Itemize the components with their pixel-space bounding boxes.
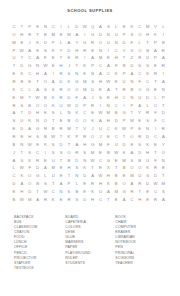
grid-cell: E bbox=[104, 93, 112, 101]
grid-cell: F bbox=[152, 117, 160, 125]
grid-cell: M bbox=[49, 31, 57, 39]
grid-cell: G bbox=[73, 78, 81, 86]
grid-cell: H bbox=[97, 180, 105, 188]
grid-cell: I bbox=[104, 46, 112, 54]
grid-cell: E bbox=[97, 86, 105, 94]
grid-cell: M bbox=[128, 172, 136, 180]
grid-cell: B bbox=[10, 196, 18, 204]
grid-cell: S bbox=[73, 196, 81, 204]
grid-cell: C bbox=[152, 133, 160, 141]
grid-cell: P bbox=[152, 38, 160, 46]
grid-cell: P bbox=[128, 125, 136, 133]
grid-cell: K bbox=[128, 23, 136, 31]
grid-cell: D bbox=[136, 148, 144, 156]
grid-cell: S bbox=[136, 62, 144, 70]
grid-cell: A bbox=[159, 78, 167, 86]
grid-cell: S bbox=[144, 62, 152, 70]
word-item: TEXTBOOK bbox=[14, 265, 37, 270]
grid-cell: J bbox=[89, 125, 97, 133]
grid-cell: B bbox=[159, 38, 167, 46]
grid-cell: Z bbox=[128, 54, 136, 62]
grid-cell: R bbox=[120, 86, 128, 94]
grid-cell: D bbox=[73, 23, 81, 31]
grid-cell: D bbox=[18, 125, 26, 133]
grid-cell: S bbox=[65, 188, 73, 196]
grid-cell: E bbox=[18, 38, 26, 46]
grid-cell: C bbox=[104, 125, 112, 133]
grid-cell: S bbox=[97, 93, 105, 101]
grid-cell: W bbox=[120, 125, 128, 133]
grid-cell: W bbox=[152, 180, 160, 188]
grid-cell: A bbox=[97, 117, 105, 125]
grid-cell: R bbox=[34, 156, 42, 164]
grid-cell: M bbox=[97, 54, 105, 62]
grid-cell: D bbox=[128, 62, 136, 70]
grid-cell: E bbox=[10, 188, 18, 196]
grid-cell: M bbox=[26, 196, 34, 204]
grid-cell: G bbox=[120, 188, 128, 196]
grid-cell: A bbox=[26, 46, 34, 54]
grid-cell: G bbox=[81, 38, 89, 46]
grid-cell: E bbox=[34, 141, 42, 149]
grid-cell: O bbox=[65, 86, 73, 94]
grid-cell: C bbox=[120, 93, 128, 101]
grid-cell: R bbox=[136, 180, 144, 188]
grid-cell: B bbox=[41, 133, 49, 141]
grid-cell: H bbox=[136, 196, 144, 204]
grid-cell: E bbox=[10, 93, 18, 101]
grid-cell: C bbox=[152, 188, 160, 196]
grid-cell: I bbox=[97, 101, 105, 109]
grid-cell: W bbox=[34, 93, 42, 101]
grid-cell: O bbox=[136, 46, 144, 54]
grid-cell: A bbox=[34, 86, 42, 94]
grid-cell: M bbox=[18, 93, 26, 101]
grid-cell: K bbox=[144, 70, 152, 78]
grid-cell: C bbox=[49, 23, 57, 31]
grid-cell: N bbox=[159, 156, 167, 164]
grid-cell: B bbox=[18, 78, 26, 86]
grid-cell: E bbox=[34, 46, 42, 54]
grid-cell: B bbox=[34, 180, 42, 188]
grid-cell: B bbox=[112, 180, 120, 188]
grid-cell: T bbox=[57, 133, 65, 141]
grid-cell: M bbox=[89, 148, 97, 156]
grid-cell: H bbox=[18, 31, 26, 39]
grid-cell: C bbox=[144, 78, 152, 86]
grid-cell: U bbox=[104, 38, 112, 46]
grid-cell: E bbox=[57, 31, 65, 39]
grid-cell: H bbox=[144, 148, 152, 156]
grid-cell: L bbox=[136, 38, 144, 46]
grid-cell: O bbox=[136, 86, 144, 94]
grid-cell: R bbox=[89, 101, 97, 109]
grid-cell: S bbox=[128, 156, 136, 164]
grid-cell: B bbox=[112, 172, 120, 180]
grid-cell: G bbox=[34, 125, 42, 133]
grid-cell: R bbox=[128, 188, 136, 196]
grid-cell: U bbox=[49, 156, 57, 164]
grid-cell: U bbox=[49, 172, 57, 180]
grid-cell: K bbox=[49, 46, 57, 54]
grid-cell: Y bbox=[18, 54, 26, 62]
word-item: STUDENTS bbox=[65, 260, 90, 265]
grid-cell: R bbox=[57, 70, 65, 78]
grid-cell: E bbox=[144, 188, 152, 196]
grid-cell: H bbox=[18, 188, 26, 196]
grid-cell: W bbox=[26, 141, 34, 149]
grid-cell: P bbox=[120, 70, 128, 78]
grid-cell: U bbox=[136, 93, 144, 101]
grid-cell: G bbox=[89, 31, 97, 39]
grid-cell: T bbox=[112, 164, 120, 172]
grid-cell: K bbox=[18, 172, 26, 180]
grid-cell: R bbox=[26, 31, 34, 39]
grid-cell: B bbox=[26, 101, 34, 109]
grid-cell: K bbox=[34, 38, 42, 46]
grid-cell: G bbox=[104, 156, 112, 164]
grid-cell: K bbox=[65, 133, 73, 141]
grid-cell: T bbox=[34, 78, 42, 86]
grid-cell: T bbox=[65, 141, 73, 149]
grid-cell: M bbox=[159, 180, 167, 188]
grid-cell: T bbox=[26, 93, 34, 101]
grid-cell: K bbox=[120, 148, 128, 156]
grid-cell: R bbox=[41, 125, 49, 133]
grid-cell: F bbox=[152, 156, 160, 164]
grid-cell: H bbox=[104, 172, 112, 180]
grid-cell: H bbox=[144, 31, 152, 39]
grid-cell: W bbox=[97, 109, 105, 117]
grid-cell: H bbox=[26, 133, 34, 141]
grid-cell: E bbox=[41, 156, 49, 164]
grid-cell: B bbox=[89, 70, 97, 78]
grid-cell: R bbox=[73, 148, 81, 156]
grid-cell: D bbox=[81, 196, 89, 204]
grid-cell: S bbox=[159, 188, 167, 196]
grid-cell: T bbox=[57, 46, 65, 54]
grid-cell: M bbox=[112, 188, 120, 196]
grid-cell: N bbox=[57, 188, 65, 196]
grid-cell: S bbox=[18, 101, 26, 109]
grid-cell: K bbox=[144, 164, 152, 172]
grid-cell: L bbox=[73, 180, 81, 188]
grid-cell: R bbox=[89, 180, 97, 188]
grid-cell: H bbox=[73, 46, 81, 54]
grid-cell: O bbox=[120, 180, 128, 188]
grid-cell: H bbox=[65, 164, 73, 172]
grid-cell: E bbox=[112, 196, 120, 204]
grid-cell: I bbox=[120, 101, 128, 109]
grid-cell: S bbox=[41, 46, 49, 54]
grid-cell: F bbox=[26, 164, 34, 172]
grid-cell: S bbox=[104, 23, 112, 31]
grid-cell: C bbox=[97, 156, 105, 164]
grid-cell: S bbox=[49, 109, 57, 117]
grid-cell: R bbox=[152, 196, 160, 204]
grid-cell: K bbox=[26, 156, 34, 164]
grid-cell: O bbox=[65, 148, 73, 156]
grid-cell: R bbox=[136, 54, 144, 62]
grid-cell: S bbox=[34, 133, 42, 141]
grid-cell: N bbox=[97, 46, 105, 54]
grid-cell: H bbox=[97, 78, 105, 86]
grid-cell: E bbox=[57, 196, 65, 204]
grid-cell: C bbox=[136, 70, 144, 78]
grid-cell: A bbox=[104, 86, 112, 94]
grid-cell: P bbox=[152, 54, 160, 62]
grid-cell: C bbox=[81, 109, 89, 117]
grid-cell: B bbox=[41, 93, 49, 101]
grid-cell: A bbox=[128, 180, 136, 188]
grid-cell: S bbox=[18, 156, 26, 164]
grid-cell: I bbox=[152, 125, 160, 133]
grid-cell: U bbox=[10, 54, 18, 62]
grid-cell: M bbox=[97, 141, 105, 149]
grid-cell: L bbox=[112, 23, 120, 31]
grid-cell: E bbox=[104, 54, 112, 62]
grid-cell: O bbox=[41, 117, 49, 125]
grid-cell: I bbox=[57, 23, 65, 31]
grid-cell: L bbox=[65, 23, 73, 31]
grid-cell: N bbox=[73, 70, 81, 78]
grid-cell: R bbox=[73, 54, 81, 62]
grid-cell: R bbox=[136, 133, 144, 141]
grid-cell: K bbox=[89, 188, 97, 196]
grid-cell: D bbox=[57, 141, 65, 149]
grid-cell: C bbox=[26, 54, 34, 62]
grid-cell: D bbox=[81, 172, 89, 180]
grid-cell: L bbox=[57, 109, 65, 117]
grid-cell: S bbox=[136, 141, 144, 149]
grid-cell: A bbox=[89, 172, 97, 180]
grid-cell: C bbox=[34, 148, 42, 156]
grid-cell: A bbox=[128, 148, 136, 156]
grid-cell: S bbox=[73, 164, 81, 172]
grid-cell: F bbox=[104, 141, 112, 149]
grid-cell: S bbox=[41, 180, 49, 188]
grid-cell: E bbox=[97, 148, 105, 156]
grid-cell: M bbox=[49, 164, 57, 172]
grid-cell: O bbox=[26, 180, 34, 188]
grid-cell: A bbox=[97, 23, 105, 31]
grid-cell: A bbox=[73, 31, 81, 39]
grid-cell: T bbox=[34, 188, 42, 196]
grid-cell: T bbox=[104, 196, 112, 204]
grid-cell: R bbox=[10, 101, 18, 109]
grid-cell: D bbox=[41, 38, 49, 46]
grid-cell: P bbox=[49, 38, 57, 46]
grid-cell: N bbox=[128, 93, 136, 101]
grid-cell: E bbox=[128, 141, 136, 149]
grid-cell: K bbox=[112, 70, 120, 78]
grid-cell: E bbox=[120, 23, 128, 31]
grid-cell: D bbox=[144, 133, 152, 141]
grid-cell: T bbox=[152, 78, 160, 86]
grid-cell: O bbox=[136, 31, 144, 39]
grid-cell: E bbox=[89, 46, 97, 54]
grid-cell: C bbox=[112, 46, 120, 54]
grid-cell: P bbox=[89, 62, 97, 70]
grid-cell: O bbox=[97, 38, 105, 46]
grid-cell: L bbox=[57, 38, 65, 46]
grid-cell: W bbox=[89, 156, 97, 164]
grid-cell: S bbox=[128, 31, 136, 39]
grid-cell: A bbox=[18, 180, 26, 188]
grid-cell: O bbox=[128, 133, 136, 141]
grid-cell: E bbox=[10, 70, 18, 78]
grid-cell: I bbox=[49, 70, 57, 78]
grid-cell: K bbox=[112, 125, 120, 133]
grid-cell: C bbox=[112, 101, 120, 109]
grid-cell: W bbox=[18, 164, 26, 172]
grid-cell: K bbox=[10, 86, 18, 94]
grid-cell: K bbox=[81, 62, 89, 70]
grid-cell: E bbox=[112, 78, 120, 86]
grid-cell: T bbox=[49, 180, 57, 188]
grid-cell: A bbox=[159, 133, 167, 141]
grid-cell: L bbox=[41, 172, 49, 180]
grid-cell: L bbox=[10, 164, 18, 172]
grid-cell: E bbox=[81, 188, 89, 196]
grid-cell: K bbox=[81, 164, 89, 172]
grid-cell: A bbox=[10, 156, 18, 164]
grid-cell: E bbox=[57, 117, 65, 125]
grid-cell: C bbox=[10, 172, 18, 180]
grid-cell: A bbox=[136, 101, 144, 109]
grid-cell: T bbox=[73, 125, 81, 133]
grid-cell: D bbox=[112, 117, 120, 125]
grid-cell: R bbox=[159, 62, 167, 70]
grid-cell: W bbox=[81, 23, 89, 31]
grid-cell: T bbox=[10, 62, 18, 70]
grid-cell: I bbox=[81, 31, 89, 39]
grid-cell: D bbox=[34, 164, 42, 172]
grid-cell: O bbox=[136, 164, 144, 172]
grid-cell: A bbox=[41, 70, 49, 78]
grid-cell: N bbox=[18, 141, 26, 149]
grid-cell: W bbox=[112, 148, 120, 156]
grid-cell: R bbox=[10, 133, 18, 141]
grid-cell: N bbox=[104, 31, 112, 39]
grid-cell: S bbox=[89, 78, 97, 86]
grid-cell: K bbox=[73, 109, 81, 117]
grid-cell: H bbox=[34, 70, 42, 78]
grid-cell: R bbox=[10, 78, 18, 86]
letter-grid: CTPENCILDWQASLEKCMVLOHRTBMEWAIGDNUPSOHKI… bbox=[10, 23, 167, 204]
grid-cell: A bbox=[159, 196, 167, 204]
grid-cell: B bbox=[120, 164, 128, 172]
grid-cell: E bbox=[81, 70, 89, 78]
grid-cell: T bbox=[73, 62, 81, 70]
grid-cell: E bbox=[49, 62, 57, 70]
grid-cell: S bbox=[26, 148, 34, 156]
grid-cell: A bbox=[57, 180, 65, 188]
grid-cell: C bbox=[97, 196, 105, 204]
grid-cell: B bbox=[112, 109, 120, 117]
grid-cell: W bbox=[18, 46, 26, 54]
grid-cell: B bbox=[144, 46, 152, 54]
grid-cell: N bbox=[112, 38, 120, 46]
grid-cell: K bbox=[26, 117, 34, 125]
grid-cell: P bbox=[159, 93, 167, 101]
grid-cell: E bbox=[65, 54, 73, 62]
grid-cell: A bbox=[41, 164, 49, 172]
word-list: BACKPACKBUSCLASSROOMCRAYONFOODLUNCHOFFIC… bbox=[0, 214, 180, 274]
grid-cell: T bbox=[120, 133, 128, 141]
grid-cell: T bbox=[57, 54, 65, 62]
grid-cell: W bbox=[128, 117, 136, 125]
grid-cell: B bbox=[104, 148, 112, 156]
grid-cell: S bbox=[144, 172, 152, 180]
grid-cell: T bbox=[65, 172, 73, 180]
grid-cell: C bbox=[136, 23, 144, 31]
grid-cell: M bbox=[81, 86, 89, 94]
grid-cell: W bbox=[65, 31, 73, 39]
grid-cell: O bbox=[81, 117, 89, 125]
grid-cell: C bbox=[159, 117, 167, 125]
grid-cell: H bbox=[112, 93, 120, 101]
grid-cell: T bbox=[49, 117, 57, 125]
grid-cell: N bbox=[159, 86, 167, 94]
grid-cell: I bbox=[159, 31, 167, 39]
grid-cell: U bbox=[136, 172, 144, 180]
grid-cell: A bbox=[104, 188, 112, 196]
grid-cell: C bbox=[97, 62, 105, 70]
grid-cell: E bbox=[34, 23, 42, 31]
grid-cell: L bbox=[152, 93, 160, 101]
grid-cell: P bbox=[128, 101, 136, 109]
grid-cell: I bbox=[159, 70, 167, 78]
grid-cell: A bbox=[34, 54, 42, 62]
grid-cell: C bbox=[26, 70, 34, 78]
grid-cell: J bbox=[26, 38, 34, 46]
grid-cell: P bbox=[65, 180, 73, 188]
grid-cell: W bbox=[41, 62, 49, 70]
grid-cell: T bbox=[112, 86, 120, 94]
grid-cell: H bbox=[57, 62, 65, 70]
grid-cell: U bbox=[112, 141, 120, 149]
grid-cell: T bbox=[136, 188, 144, 196]
grid-cell: H bbox=[34, 109, 42, 117]
grid-cell: E bbox=[41, 109, 49, 117]
grid-cell: A bbox=[159, 54, 167, 62]
grid-cell: N bbox=[128, 78, 136, 86]
grid-cell: K bbox=[49, 93, 57, 101]
grid-cell: N bbox=[41, 23, 49, 31]
grid-cell: B bbox=[128, 86, 136, 94]
grid-cell: D bbox=[65, 93, 73, 101]
grid-cell: A bbox=[152, 46, 160, 54]
grid-cell: A bbox=[89, 54, 97, 62]
grid-cell: K bbox=[152, 31, 160, 39]
grid-cell: H bbox=[89, 196, 97, 204]
grid-cell: C bbox=[128, 196, 136, 204]
grid-cell: D bbox=[73, 156, 81, 164]
grid-cell: A bbox=[104, 62, 112, 70]
grid-cell: N bbox=[144, 125, 152, 133]
grid-cell: E bbox=[26, 78, 34, 86]
grid-cell: C bbox=[10, 23, 18, 31]
grid-cell: X bbox=[128, 46, 136, 54]
grid-cell: K bbox=[89, 117, 97, 125]
grid-cell: R bbox=[89, 38, 97, 46]
grid-cell: D bbox=[120, 141, 128, 149]
grid-cell: B bbox=[120, 62, 128, 70]
grid-cell: F bbox=[136, 78, 144, 86]
grid-cell: D bbox=[144, 93, 152, 101]
grid-cell: A bbox=[65, 38, 73, 46]
